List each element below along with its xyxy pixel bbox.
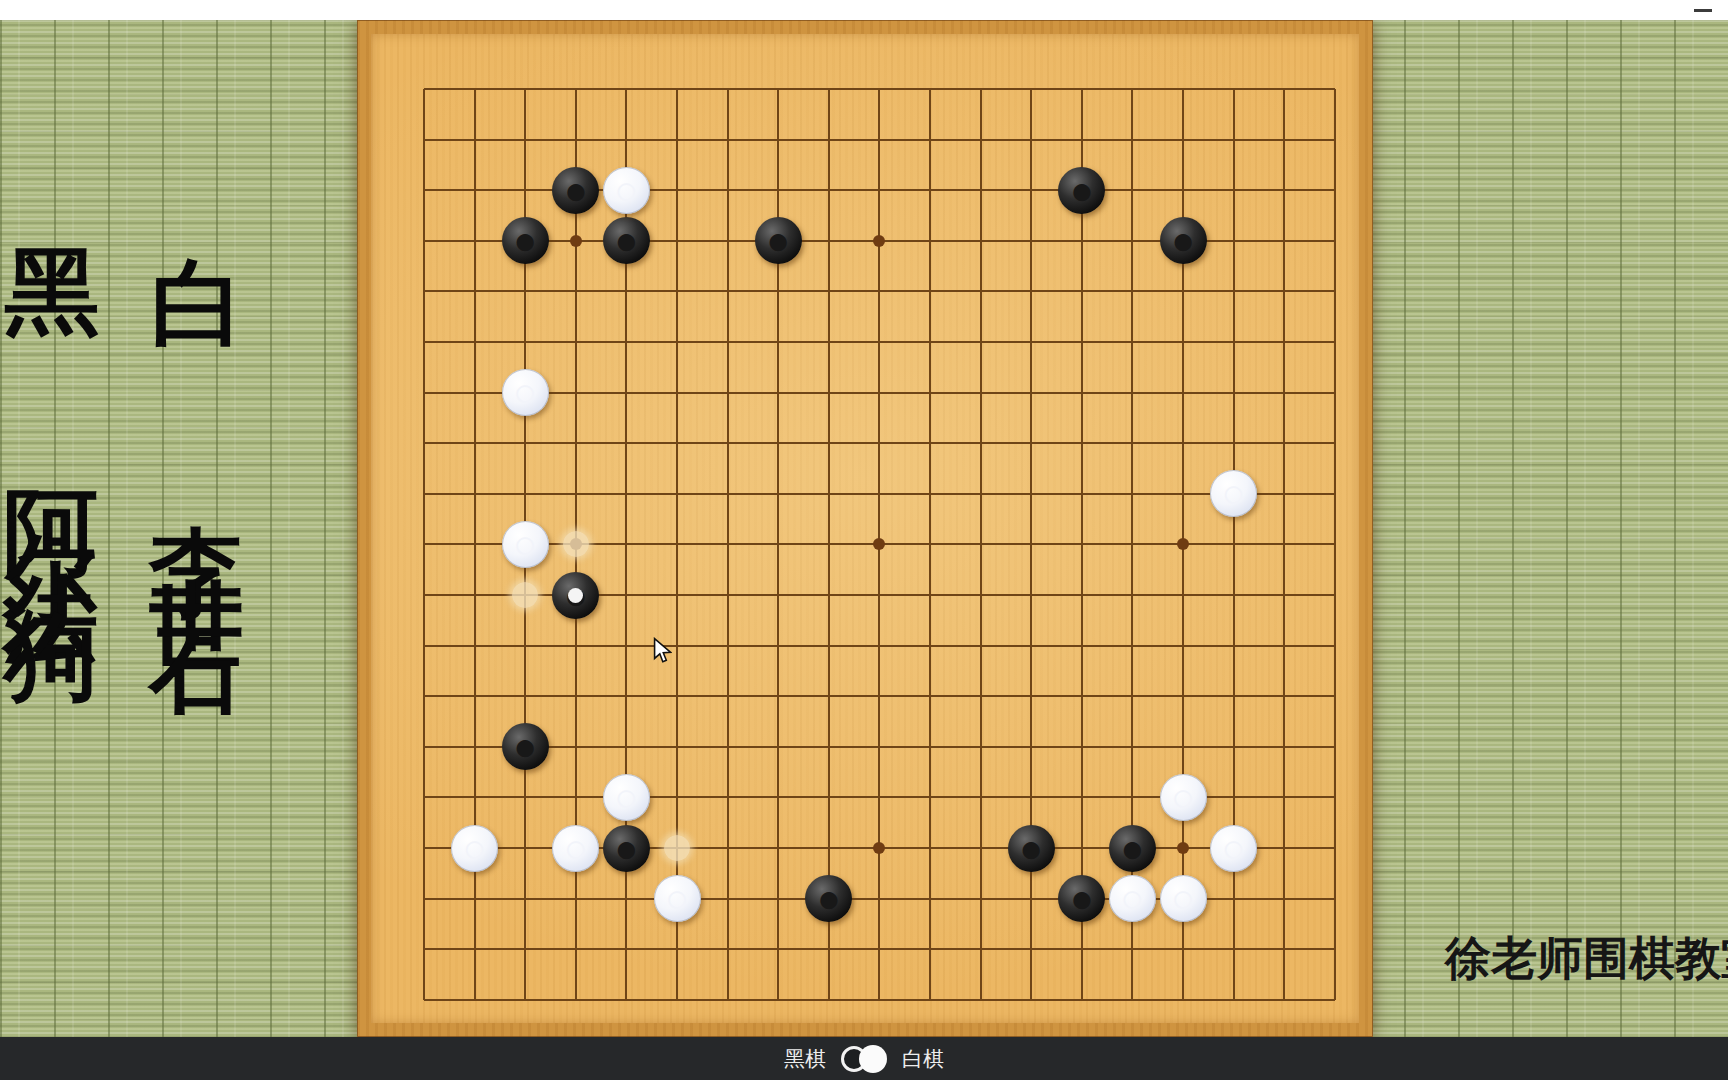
white-stone: ○ (603, 167, 650, 214)
black-stone-glyph: ● (1070, 167, 1094, 214)
white-stone-glyph: ○ (1171, 774, 1195, 821)
bottom-bar: 黑棋 白棋 (0, 1037, 1728, 1080)
black-stone: ● (1058, 167, 1105, 214)
black-player-label: 黑 (0, 241, 104, 341)
white-stone-glyph: ○ (1171, 875, 1195, 922)
ghost-stone-marker (563, 531, 589, 557)
black-stone-glyph: ● (513, 723, 537, 770)
white-stone: ○ (603, 774, 650, 821)
grid-line (929, 89, 931, 1000)
last-move-marker (568, 588, 583, 603)
white-toggle-label: 白棋 (902, 1045, 944, 1073)
white-stone: ○ (1160, 774, 1207, 821)
grid-line (1334, 89, 1336, 1000)
minimize-icon[interactable] (1694, 9, 1712, 12)
black-player-name: 阿尔法狗 (0, 417, 104, 573)
white-stone: ○ (502, 369, 549, 416)
black-stone-glyph: ● (1120, 825, 1144, 872)
white-stone-glyph: ○ (665, 875, 689, 922)
star-point (570, 235, 582, 247)
white-player-label: 白 (146, 253, 250, 353)
black-stone: ● (502, 217, 549, 264)
title-bar (0, 0, 1728, 20)
star-point (873, 538, 885, 550)
white-stone-glyph: ○ (1120, 875, 1144, 922)
black-stone: ● (1160, 217, 1207, 264)
mouse-cursor (653, 637, 672, 668)
white-player-name: 李世石 (146, 448, 250, 607)
grid-line (980, 89, 982, 1000)
black-stone: ● (755, 217, 802, 264)
black-stone-glyph: ● (564, 167, 588, 214)
white-stone-glyph: ○ (1222, 825, 1246, 872)
grid-line (424, 695, 1335, 697)
black-stone: ● (603, 217, 650, 264)
white-stone: ○ (1160, 875, 1207, 922)
black-player-column: 黑 阿尔法狗 (0, 0, 104, 1080)
black-stone-glyph: ● (1019, 825, 1043, 872)
white-stone: ○ (552, 825, 599, 872)
black-stone-glyph: ● (614, 217, 638, 264)
stone-color-toggle[interactable] (841, 1045, 887, 1073)
black-stone: ● (1058, 875, 1105, 922)
star-point (1177, 842, 1189, 854)
grid-line (1283, 89, 1285, 1000)
star-point (873, 842, 885, 854)
star-point (873, 235, 885, 247)
white-stone-glyph: ○ (614, 774, 638, 821)
black-stone-glyph: ● (817, 875, 841, 922)
star-point (1177, 538, 1189, 550)
black-stone-glyph: ● (1171, 217, 1195, 264)
black-stone: ● (1109, 825, 1156, 872)
go-board-grid[interactable]: ●●●●●●●●●●●●●○○○○○○○○○○○○ (424, 89, 1335, 1000)
black-stone: ● (1008, 825, 1055, 872)
toggle-white-stone-icon (859, 1045, 887, 1073)
white-stone: ○ (1210, 825, 1257, 872)
grid-line (424, 999, 1335, 1001)
grid-line (424, 948, 1335, 950)
white-stone: ○ (451, 825, 498, 872)
grid-line (1081, 89, 1083, 1000)
black-stone: ● (603, 825, 650, 872)
white-stone-glyph: ○ (564, 825, 588, 872)
go-board-surface: ●●●●●●●●●●●●●○○○○○○○○○○○○ (371, 34, 1359, 1023)
white-stone: ○ (1109, 875, 1156, 922)
white-stone-glyph: ○ (513, 369, 537, 416)
ghost-stone-marker (664, 835, 690, 861)
white-stone-glyph: ○ (463, 825, 487, 872)
black-stone: ● (552, 572, 599, 619)
white-player-column: 白 李世石 (146, 0, 250, 1080)
black-stone: ● (502, 723, 549, 770)
white-stone: ○ (1210, 470, 1257, 517)
go-board: ●●●●●●●●●●●●●○○○○○○○○○○○○ (357, 20, 1373, 1037)
grid-line (424, 746, 1335, 748)
white-stone-glyph: ○ (1222, 470, 1246, 517)
black-stone-glyph: ● (513, 217, 537, 264)
app-window: 黑 阿尔法狗 白 李世石 ●●●●●●●●●●●●●○○○○○○○○○○○○ 徐… (0, 0, 1728, 1080)
black-stone: ● (552, 167, 599, 214)
black-stone-glyph: ● (614, 825, 638, 872)
white-stone: ○ (654, 875, 701, 922)
black-stone: ● (805, 875, 852, 922)
white-stone-glyph: ○ (614, 167, 638, 214)
white-stone-glyph: ○ (513, 521, 537, 568)
black-stone-glyph: ● (766, 217, 790, 264)
black-toggle-label: 黑棋 (784, 1045, 826, 1073)
black-stone-glyph: ● (1070, 875, 1094, 922)
ghost-stone-marker (512, 582, 538, 608)
white-stone: ○ (502, 521, 549, 568)
grid-line (424, 645, 1335, 647)
watermark-text: 徐老师围棋教室 (1445, 935, 1728, 981)
